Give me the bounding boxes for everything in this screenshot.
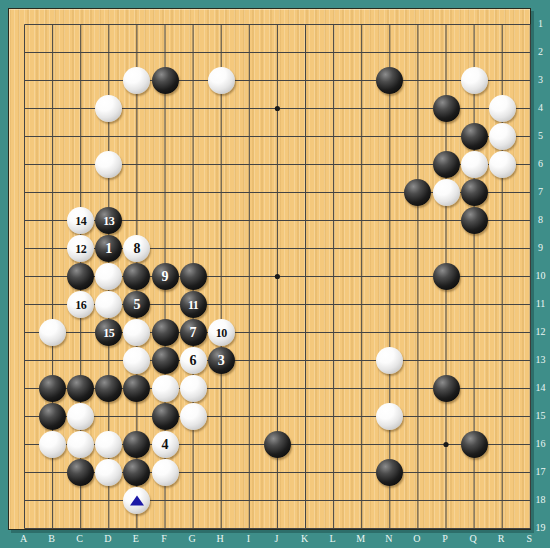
row-label-9: 9 [531,242,550,254]
move-number: 16 [75,299,86,311]
row-label-4: 4 [531,102,550,114]
col-label-J: J [268,533,284,544]
row-label-1: 1 [531,18,550,30]
col-label-O: O [409,533,425,544]
move-number: 6 [190,354,197,368]
move-number: 3 [218,354,225,368]
stone-black-Q8[interactable] [461,207,488,234]
stone-black-G11[interactable]: 11 [180,291,207,318]
stone-black-Q16[interactable] [461,431,488,458]
stone-black-C10[interactable] [67,263,94,290]
star-point-J4 [275,106,280,111]
stone-white-B16[interactable] [39,431,66,458]
row-label-7: 7 [531,186,550,198]
move-number: 4 [162,438,169,452]
col-label-N: N [381,533,397,544]
stone-black-F3[interactable] [152,67,179,94]
col-label-E: E [128,533,144,544]
row-label-10: 10 [531,270,550,282]
stone-white-R6[interactable] [489,151,516,178]
star-point-J10 [275,274,280,279]
col-label-H: H [212,533,228,544]
stone-white-G14[interactable] [180,375,207,402]
stone-white-F17[interactable] [152,459,179,486]
move-number: 7 [190,326,197,340]
col-label-B: B [44,533,60,544]
stone-white-R5[interactable] [489,123,516,150]
col-label-A: A [16,533,32,544]
move-number: 12 [75,243,86,255]
move-number: 14 [75,215,86,227]
stone-white-H12[interactable]: 10 [208,319,235,346]
stone-black-P6[interactable] [433,151,460,178]
row-label-11: 11 [531,298,550,310]
move-number: 10 [216,327,227,339]
go-board[interactable]: 1413121891651115710634 [8,8,531,530]
row-label-6: 6 [531,158,550,170]
col-label-P: P [437,533,453,544]
stone-white-C11[interactable]: 16 [67,291,94,318]
stone-black-J16[interactable] [264,431,291,458]
stone-black-C14[interactable] [67,375,94,402]
stone-black-F12[interactable] [152,319,179,346]
col-label-M: M [353,533,369,544]
star-point-P16 [443,442,448,447]
col-label-F: F [156,533,172,544]
col-label-C: C [72,533,88,544]
col-label-G: G [184,533,200,544]
col-label-K: K [297,533,313,544]
row-label-17: 17 [531,466,550,478]
stone-black-Q7[interactable] [461,179,488,206]
stone-white-Q3[interactable] [461,67,488,94]
row-label-12: 12 [531,326,550,338]
row-label-19: 19 [531,522,550,534]
row-label-16: 16 [531,438,550,450]
stone-white-C16[interactable] [67,431,94,458]
stone-black-H13[interactable]: 3 [208,347,235,374]
stone-white-G15[interactable] [180,403,207,430]
stone-black-C17[interactable] [67,459,94,486]
stone-black-F15[interactable] [152,403,179,430]
col-label-Q: Q [465,533,481,544]
stone-white-C9[interactable]: 12 [67,235,94,262]
move-number: 5 [133,298,140,312]
row-label-15: 15 [531,410,550,422]
stone-white-H3[interactable] [208,67,235,94]
col-label-S: S [521,533,537,544]
stone-black-B14[interactable] [39,375,66,402]
triangle-marker-icon [130,495,144,505]
col-label-I: I [240,533,256,544]
stone-white-F16[interactable]: 4 [152,431,179,458]
stone-white-B12[interactable] [39,319,66,346]
row-label-13: 13 [531,354,550,366]
stone-white-G13[interactable]: 6 [180,347,207,374]
move-number: 15 [103,327,114,339]
go-diagram: 1413121891651115710634 ABCDEFGHIJKLMNOPQ… [0,0,550,548]
move-number: 8 [133,242,140,256]
row-label-8: 8 [531,214,550,226]
stone-white-Q6[interactable] [461,151,488,178]
col-label-R: R [493,533,509,544]
stone-black-B15[interactable] [39,403,66,430]
stone-black-P4[interactable] [433,95,460,122]
row-label-3: 3 [531,74,550,86]
row-label-18: 18 [531,494,550,506]
move-number: 9 [162,270,169,284]
row-label-14: 14 [531,382,550,394]
stone-white-C8[interactable]: 14 [67,207,94,234]
move-number: 11 [188,299,198,311]
stone-white-R4[interactable] [489,95,516,122]
move-number: 13 [103,215,114,227]
stone-white-C15[interactable] [67,403,94,430]
row-label-2: 2 [531,46,550,58]
stone-black-G10[interactable] [180,263,207,290]
move-number: 1 [105,242,112,256]
col-label-D: D [100,533,116,544]
stone-black-P14[interactable] [433,375,460,402]
row-label-5: 5 [531,130,550,142]
stone-white-P7[interactable] [433,179,460,206]
stone-black-G12[interactable]: 7 [180,319,207,346]
stone-black-Q5[interactable] [461,123,488,150]
stone-black-P10[interactable] [433,263,460,290]
stone-black-F13[interactable] [152,347,179,374]
col-label-L: L [325,533,341,544]
stone-white-F14[interactable] [152,375,179,402]
stone-black-F10[interactable]: 9 [152,263,179,290]
